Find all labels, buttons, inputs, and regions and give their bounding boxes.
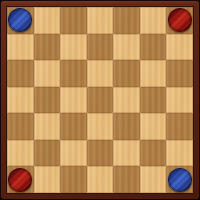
square-r0c4[interactable]: [113, 7, 140, 34]
square-r6c0[interactable]: [7, 166, 34, 193]
blue-piece-r0c0[interactable]: [8, 8, 32, 32]
square-r3c5[interactable]: [140, 87, 167, 114]
square-r0c2[interactable]: [60, 7, 87, 34]
square-r4c0[interactable]: [7, 113, 34, 140]
square-r2c2[interactable]: [60, 60, 87, 87]
square-r4c6[interactable]: [166, 113, 193, 140]
square-r1c3[interactable]: [87, 34, 114, 61]
square-r2c0[interactable]: [7, 60, 34, 87]
square-r3c4[interactable]: [113, 87, 140, 114]
square-r2c4[interactable]: [113, 60, 140, 87]
square-r5c3[interactable]: [87, 140, 114, 167]
square-r5c6[interactable]: [166, 140, 193, 167]
square-r4c3[interactable]: [87, 113, 114, 140]
square-r6c6[interactable]: [166, 166, 193, 193]
square-r5c4[interactable]: [113, 140, 140, 167]
square-r6c4[interactable]: [113, 166, 140, 193]
checkers-board: [7, 7, 193, 193]
square-r3c2[interactable]: [60, 87, 87, 114]
square-r5c5[interactable]: [140, 140, 167, 167]
square-r1c5[interactable]: [140, 34, 167, 61]
square-r5c0[interactable]: [7, 140, 34, 167]
square-r1c4[interactable]: [113, 34, 140, 61]
square-r1c1[interactable]: [34, 34, 61, 61]
square-r3c1[interactable]: [34, 87, 61, 114]
square-r2c6[interactable]: [166, 60, 193, 87]
square-r6c5[interactable]: [140, 166, 167, 193]
square-r0c1[interactable]: [34, 7, 61, 34]
square-r1c6[interactable]: [166, 34, 193, 61]
square-r3c3[interactable]: [87, 87, 114, 114]
square-r3c0[interactable]: [7, 87, 34, 114]
square-r4c2[interactable]: [60, 113, 87, 140]
square-r4c1[interactable]: [34, 113, 61, 140]
square-r0c3[interactable]: [87, 7, 114, 34]
square-r5c1[interactable]: [34, 140, 61, 167]
square-r0c6[interactable]: [166, 7, 193, 34]
square-r1c2[interactable]: [60, 34, 87, 61]
red-piece-r6c0[interactable]: [8, 168, 32, 192]
square-r2c3[interactable]: [87, 60, 114, 87]
square-r3c6[interactable]: [166, 87, 193, 114]
square-r5c2[interactable]: [60, 140, 87, 167]
square-r1c0[interactable]: [7, 34, 34, 61]
square-r2c5[interactable]: [140, 60, 167, 87]
square-r0c0[interactable]: [7, 7, 34, 34]
square-r2c1[interactable]: [34, 60, 61, 87]
square-r6c1[interactable]: [34, 166, 61, 193]
checkers-app: [0, 0, 200, 200]
square-r4c4[interactable]: [113, 113, 140, 140]
square-r6c3[interactable]: [87, 166, 114, 193]
blue-piece-r6c6[interactable]: [168, 168, 192, 192]
square-r6c2[interactable]: [60, 166, 87, 193]
square-r0c5[interactable]: [140, 7, 167, 34]
square-r4c5[interactable]: [140, 113, 167, 140]
red-piece-r0c6[interactable]: [168, 8, 192, 32]
